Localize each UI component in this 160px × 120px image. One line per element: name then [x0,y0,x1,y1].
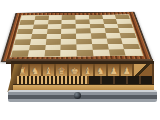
dark-piece-slots [89,76,152,84]
square-g1 [108,49,125,55]
board-outer-frame [1,12,153,62]
stored-piece-icon: ♝ [45,66,53,76]
stored-piece-icon: ♞ [97,66,105,76]
square-e1 [77,50,94,56]
drawer-cubby-knight: ♞ [95,64,106,76]
stored-piece-icon: ♞ [32,66,40,76]
stored-piece-icon: ♚ [71,66,79,76]
square-a1 [11,51,29,57]
drawer-cubby-bishop: ♝ [43,64,54,76]
stored-piece-icon: ♟ [110,66,118,76]
stored-piece-icon: ♛ [58,66,66,76]
square-c1 [44,50,61,56]
drawer-knob [74,92,81,99]
drawer-cubby-empty [134,64,152,76]
drawer-cubby-queen: ♛ [56,64,67,76]
chess-board-grid [11,15,142,57]
drawer-lower-row [17,76,152,84]
mosaic-border [3,12,150,60]
inlay-line [10,14,143,57]
piece-comb-rack [17,76,89,84]
drawer-cubby-pawn: ♟ [108,64,119,76]
drawer-cubby-knight: ♞ [30,64,41,76]
drawer-cubby-bishop: ♝ [82,64,93,76]
drawer-cubby-king: ♚ [69,64,80,76]
stored-piece-icon: ♝ [84,66,92,76]
square-d1 [60,50,76,56]
drawer-cubby-row: ♜♞♝♛♚♝♞♟♟ [17,64,152,76]
base-molding [8,90,157,102]
square-b1 [28,50,45,56]
stored-piece-icon: ♟ [123,66,131,76]
storage-cabinet: ♜♞♝♛♚♝♞♟♟ [11,61,154,92]
square-h1 [124,49,142,55]
square-f1 [92,50,109,56]
chess-board-top [1,12,153,62]
chess-set-photo: ♜♞♝♛♚♝♞♟♟ [0,0,160,120]
drawer-cubby-pawn: ♟ [121,64,132,76]
